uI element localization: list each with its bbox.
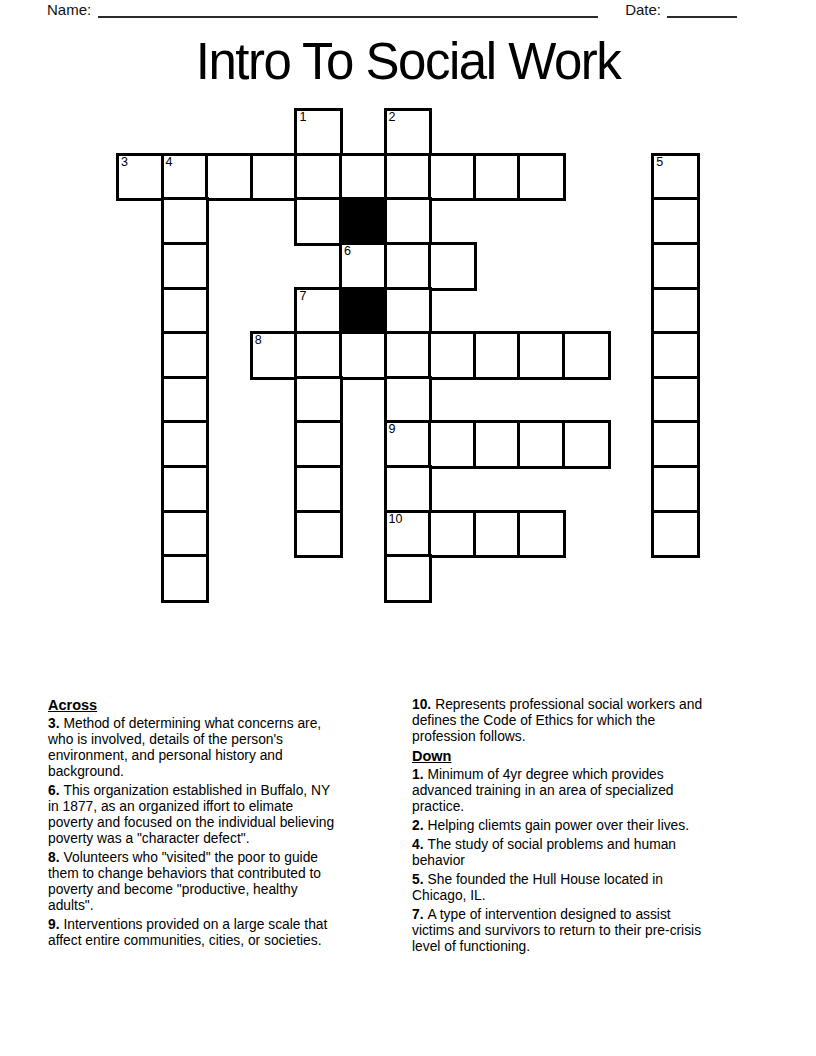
cell-clue-number: 2 bbox=[389, 110, 396, 125]
worksheet-page: Name: Date: Intro To Social Work 1234567… bbox=[0, 0, 816, 1056]
empty-space bbox=[475, 467, 520, 512]
empty-space bbox=[341, 110, 386, 155]
clue-text: This organization established in Buffalo… bbox=[48, 783, 334, 846]
grid-cell[interactable] bbox=[475, 333, 520, 378]
empty-space bbox=[609, 467, 654, 512]
clue-text: The study of social problems and human b… bbox=[412, 837, 676, 868]
grid-cell[interactable] bbox=[519, 512, 564, 557]
empty-space bbox=[475, 199, 520, 244]
cell-clue-number: 9 bbox=[389, 422, 396, 437]
empty-space bbox=[118, 244, 163, 289]
empty-space bbox=[341, 422, 386, 467]
empty-space bbox=[564, 467, 609, 512]
date-label: Date: bbox=[625, 1, 661, 18]
empty-space bbox=[519, 378, 564, 423]
clue-down-4: 4.The study of social problems and human… bbox=[412, 837, 784, 869]
grid-cell[interactable] bbox=[163, 333, 208, 378]
grid-cell[interactable] bbox=[163, 378, 208, 423]
empty-space bbox=[207, 244, 252, 289]
grid-cell[interactable] bbox=[386, 289, 431, 334]
cell-clue-number: 10 bbox=[389, 512, 403, 527]
empty-space bbox=[118, 467, 163, 512]
empty-space bbox=[475, 378, 520, 423]
grid-cell[interactable] bbox=[296, 422, 341, 467]
grid-cell[interactable] bbox=[163, 244, 208, 289]
crossword-grid: 12345678910 bbox=[118, 110, 698, 601]
empty-space bbox=[653, 556, 698, 601]
grid-cell[interactable]: 9 bbox=[386, 422, 431, 467]
black-cell bbox=[341, 199, 386, 244]
grid-cell[interactable] bbox=[653, 244, 698, 289]
across-clues-column: Across 3.Method of determining what conc… bbox=[48, 697, 400, 952]
grid-cell[interactable] bbox=[296, 155, 341, 200]
empty-space bbox=[609, 110, 654, 155]
clue-down-5: 5.She founded the Hull House located in … bbox=[412, 872, 784, 904]
grid-cell[interactable]: 8 bbox=[252, 333, 297, 378]
grid-cell[interactable] bbox=[386, 333, 431, 378]
grid-cell[interactable] bbox=[519, 422, 564, 467]
grid-cell[interactable] bbox=[653, 378, 698, 423]
cell-clue-number: 1 bbox=[299, 110, 306, 125]
grid-cell[interactable] bbox=[386, 155, 431, 200]
empty-space bbox=[163, 110, 208, 155]
clue-number-label: 2. bbox=[412, 818, 424, 833]
page-title: Intro To Social Work bbox=[0, 34, 816, 90]
clue-across-3: 3.Method of determining what concerns ar… bbox=[48, 716, 400, 780]
grid-cell[interactable] bbox=[653, 289, 698, 334]
empty-space bbox=[475, 556, 520, 601]
empty-space bbox=[564, 244, 609, 289]
down-clues-column: 10.Represents professional social worker… bbox=[412, 697, 784, 958]
empty-space bbox=[207, 556, 252, 601]
clue-number-label: 8. bbox=[48, 850, 60, 865]
grid-cell[interactable] bbox=[252, 155, 297, 200]
clue-text: Method of determining what concerns are,… bbox=[48, 716, 321, 779]
empty-space bbox=[207, 199, 252, 244]
empty-space bbox=[564, 289, 609, 334]
grid-cell[interactable]: 7 bbox=[296, 289, 341, 334]
grid-cell[interactable] bbox=[653, 512, 698, 557]
clue-across-9: 9.Interventions provided on a large scal… bbox=[48, 917, 400, 949]
clue-number-label: 6. bbox=[48, 783, 60, 798]
empty-space bbox=[475, 110, 520, 155]
grid-cell[interactable] bbox=[386, 199, 431, 244]
empty-space bbox=[118, 199, 163, 244]
empty-space bbox=[341, 467, 386, 512]
empty-space bbox=[252, 289, 297, 334]
clue-text: Helping cliemts gain power over their li… bbox=[428, 818, 690, 833]
clue-number-label: 9. bbox=[48, 917, 60, 932]
empty-space bbox=[207, 378, 252, 423]
grid-cell[interactable] bbox=[430, 244, 475, 289]
empty-space bbox=[207, 289, 252, 334]
empty-space bbox=[252, 378, 297, 423]
clue-number-label: 3. bbox=[48, 716, 60, 731]
empty-space bbox=[207, 467, 252, 512]
empty-space bbox=[609, 422, 654, 467]
name-label: Name: bbox=[47, 1, 91, 18]
clue-down-2: 2.Helping cliemts gain power over their … bbox=[412, 818, 784, 834]
cell-clue-number: 7 bbox=[299, 289, 306, 304]
clue-number-label: 10. bbox=[412, 697, 431, 712]
empty-space bbox=[609, 155, 654, 200]
empty-space bbox=[207, 110, 252, 155]
empty-space bbox=[252, 556, 297, 601]
empty-space bbox=[252, 244, 297, 289]
grid-cell[interactable] bbox=[564, 333, 609, 378]
grid-cell[interactable] bbox=[386, 467, 431, 512]
empty-space bbox=[430, 110, 475, 155]
grid-cell[interactable] bbox=[653, 467, 698, 512]
clue-across-8: 8.Volunteers who "visited" the poor to g… bbox=[48, 850, 400, 914]
empty-space bbox=[564, 378, 609, 423]
empty-space bbox=[341, 556, 386, 601]
empty-space bbox=[252, 512, 297, 557]
empty-space bbox=[519, 556, 564, 601]
grid-cell[interactable] bbox=[163, 556, 208, 601]
empty-space bbox=[609, 333, 654, 378]
empty-space bbox=[564, 199, 609, 244]
empty-space bbox=[564, 512, 609, 557]
grid-cell[interactable] bbox=[653, 333, 698, 378]
empty-space bbox=[207, 333, 252, 378]
cell-clue-number: 4 bbox=[166, 155, 173, 170]
empty-space bbox=[564, 110, 609, 155]
cell-clue-number: 8 bbox=[255, 333, 262, 348]
grid-cell[interactable]: 10 bbox=[386, 512, 431, 557]
clue-number-label: 7. bbox=[412, 907, 424, 922]
grid-cell[interactable] bbox=[386, 244, 431, 289]
clue-across-6: 6.This organization established in Buffa… bbox=[48, 783, 400, 847]
empty-space bbox=[519, 289, 564, 334]
empty-space bbox=[519, 110, 564, 155]
empty-space bbox=[252, 199, 297, 244]
empty-space bbox=[653, 110, 698, 155]
across-heading: Across bbox=[48, 697, 400, 713]
grid-cell[interactable] bbox=[296, 199, 341, 244]
clue-across-10: 10.Represents professional social worker… bbox=[412, 697, 784, 745]
name-blank-line bbox=[98, 1, 598, 18]
empty-space bbox=[207, 422, 252, 467]
empty-space bbox=[118, 289, 163, 334]
empty-space bbox=[475, 244, 520, 289]
empty-space bbox=[118, 556, 163, 601]
empty-space bbox=[564, 155, 609, 200]
cell-clue-number: 5 bbox=[656, 155, 663, 170]
empty-space bbox=[430, 199, 475, 244]
empty-space bbox=[519, 467, 564, 512]
clue-down-1: 1.Minimum of 4yr degree which provides a… bbox=[412, 767, 784, 815]
grid-cell[interactable] bbox=[386, 378, 431, 423]
grid-cell[interactable]: 2 bbox=[386, 110, 431, 155]
empty-space bbox=[118, 512, 163, 557]
clue-text: Interventions provided on a large scale … bbox=[48, 917, 327, 948]
empty-space bbox=[430, 556, 475, 601]
empty-space bbox=[564, 556, 609, 601]
down-heading: Down bbox=[412, 748, 784, 764]
empty-space bbox=[118, 110, 163, 155]
grid-cell[interactable] bbox=[386, 556, 431, 601]
empty-space bbox=[475, 289, 520, 334]
grid-cell[interactable]: 1 bbox=[296, 110, 341, 155]
empty-space bbox=[252, 110, 297, 155]
grid-cell[interactable] bbox=[475, 155, 520, 200]
cell-clue-number: 6 bbox=[344, 244, 351, 259]
empty-space bbox=[609, 512, 654, 557]
empty-space bbox=[430, 289, 475, 334]
grid-cell[interactable] bbox=[341, 333, 386, 378]
grid-cell[interactable] bbox=[430, 422, 475, 467]
grid-cell[interactable] bbox=[430, 512, 475, 557]
grid-cell[interactable] bbox=[296, 333, 341, 378]
grid-cell[interactable] bbox=[519, 333, 564, 378]
grid-cell[interactable]: 3 bbox=[118, 155, 163, 200]
clue-number-label: 5. bbox=[412, 872, 424, 887]
empty-space bbox=[252, 422, 297, 467]
grid-cell[interactable] bbox=[653, 422, 698, 467]
empty-space bbox=[430, 467, 475, 512]
empty-space bbox=[341, 378, 386, 423]
grid-cell[interactable] bbox=[207, 155, 252, 200]
black-cell bbox=[341, 289, 386, 334]
empty-space bbox=[430, 378, 475, 423]
grid-cell[interactable] bbox=[430, 155, 475, 200]
empty-space bbox=[519, 199, 564, 244]
clue-text: Volunteers who "visited" the poor to gui… bbox=[48, 850, 321, 913]
empty-space bbox=[609, 199, 654, 244]
grid-cell[interactable] bbox=[163, 422, 208, 467]
cell-clue-number: 3 bbox=[121, 155, 128, 170]
empty-space bbox=[252, 467, 297, 512]
empty-space bbox=[609, 378, 654, 423]
clue-text: She founded the Hull House located in Ch… bbox=[412, 872, 663, 903]
grid-cell[interactable] bbox=[163, 199, 208, 244]
empty-space bbox=[118, 422, 163, 467]
grid-cell[interactable] bbox=[430, 333, 475, 378]
empty-space bbox=[118, 333, 163, 378]
clue-number-label: 4. bbox=[412, 837, 424, 852]
clue-text: A type of intervention designed to assis… bbox=[412, 907, 701, 954]
clue-down-7: 7.A type of intervention designed to ass… bbox=[412, 907, 784, 955]
grid-cell[interactable] bbox=[163, 512, 208, 557]
grid-cell[interactable] bbox=[475, 512, 520, 557]
clue-text: Represents professional social workers a… bbox=[412, 697, 702, 744]
empty-space bbox=[609, 556, 654, 601]
grid-cell[interactable]: 4 bbox=[163, 155, 208, 200]
clue-number-label: 1. bbox=[412, 767, 424, 782]
grid-cell[interactable]: 5 bbox=[653, 155, 698, 200]
empty-space bbox=[296, 244, 341, 289]
empty-space bbox=[519, 244, 564, 289]
grid-cell[interactable] bbox=[163, 289, 208, 334]
empty-space bbox=[296, 556, 341, 601]
grid-cell[interactable] bbox=[341, 155, 386, 200]
grid-cell[interactable] bbox=[519, 155, 564, 200]
grid-cell[interactable] bbox=[564, 422, 609, 467]
clue-text: Minimum of 4yr degree which provides adv… bbox=[412, 767, 674, 814]
grid-cell[interactable] bbox=[296, 378, 341, 423]
date-blank-line bbox=[667, 1, 737, 18]
empty-space bbox=[609, 244, 654, 289]
empty-space bbox=[341, 512, 386, 557]
grid-cell[interactable] bbox=[653, 199, 698, 244]
grid-cell[interactable] bbox=[296, 512, 341, 557]
empty-space bbox=[609, 289, 654, 334]
grid-cell[interactable] bbox=[296, 467, 341, 512]
grid-cell[interactable]: 6 bbox=[341, 244, 386, 289]
header-row: Name: Date: bbox=[47, 1, 737, 18]
empty-space bbox=[207, 512, 252, 557]
empty-space bbox=[118, 378, 163, 423]
grid-cell[interactable] bbox=[475, 422, 520, 467]
grid-cell[interactable] bbox=[163, 467, 208, 512]
